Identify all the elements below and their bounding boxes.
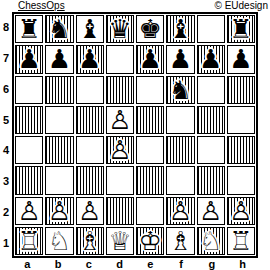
black-bishop: ♝♝	[77, 16, 103, 42]
square-d2	[106, 197, 134, 225]
square-c7: ♟♟	[76, 45, 104, 73]
white-bishop: ♝♗	[167, 228, 193, 254]
square-b2: ♟♙	[45, 197, 73, 225]
square-a6	[15, 76, 43, 104]
square-g5	[197, 106, 225, 134]
square-g8	[197, 15, 225, 43]
square-h7: ♟♟	[227, 45, 255, 73]
rank-label-2: 2	[0, 197, 12, 228]
square-a5	[15, 106, 43, 134]
square-g7: ♟♟	[197, 45, 225, 73]
square-e8: ♚♚	[136, 15, 164, 43]
square-b7: ♟♟	[45, 45, 73, 73]
black-bishop: ♝♝	[167, 16, 193, 42]
square-d8: ♛♛	[106, 15, 134, 43]
square-h6	[227, 76, 255, 104]
white-pawn: ♟♙	[167, 198, 193, 224]
file-label-f: f	[166, 258, 197, 270]
file-label-b: b	[43, 258, 74, 270]
square-b3	[45, 166, 73, 194]
square-g1: ♞♘	[197, 227, 225, 255]
square-d1: ♛♕	[106, 227, 134, 255]
square-c3	[76, 166, 104, 194]
square-b1: ♞♘	[45, 227, 73, 255]
white-rook: ♜♖	[16, 228, 42, 254]
rank-label-4: 4	[0, 135, 12, 166]
square-c8: ♝♝	[76, 15, 104, 43]
black-knight: ♞♞	[167, 77, 193, 103]
black-king: ♚♚	[137, 16, 163, 42]
rank-label-7: 7	[0, 43, 12, 74]
square-f4	[166, 136, 194, 164]
white-pawn: ♟♙	[16, 198, 42, 224]
white-pawn: ♟♙	[46, 198, 72, 224]
square-h2: ♟♙	[227, 197, 255, 225]
file-label-a: a	[12, 258, 43, 270]
file-label-g: g	[197, 258, 228, 270]
square-a1: ♜♖	[15, 227, 43, 255]
header-bar: ChessOps © EUdesign	[0, 0, 270, 12]
square-f7: ♟♟	[166, 45, 194, 73]
square-e6	[136, 76, 164, 104]
square-f8: ♝♝	[166, 15, 194, 43]
square-c6	[76, 76, 104, 104]
square-h8: ♜♜	[227, 15, 255, 43]
file-label-e: e	[135, 258, 166, 270]
square-d7	[106, 45, 134, 73]
rank-label-5: 5	[0, 104, 12, 135]
black-knight: ♞♞	[46, 16, 72, 42]
square-f6: ♞♞	[166, 76, 194, 104]
square-e1: ♚♔	[136, 227, 164, 255]
square-e7: ♟♟	[136, 45, 164, 73]
white-queen: ♛♕	[107, 228, 133, 254]
board: ♜♜♞♞♝♝♛♛♚♚♝♝♜♜♟♟♟♟♟♟♟♟♟♟♟♟♟♟♞♞♟♙♟♙♟♙♟♙♟♙…	[12, 12, 258, 258]
square-g3	[197, 166, 225, 194]
square-b8: ♞♞	[45, 15, 73, 43]
white-pawn: ♟♙	[228, 198, 254, 224]
black-rook: ♜♜	[228, 16, 254, 42]
square-c4	[76, 136, 104, 164]
copyright-text: © EUdesign	[214, 0, 268, 12]
white-knight: ♞♘	[46, 228, 72, 254]
black-pawn: ♟♟	[46, 46, 72, 72]
black-pawn: ♟♟	[16, 46, 42, 72]
square-d4: ♟♙	[106, 136, 134, 164]
square-h5	[227, 106, 255, 134]
white-pawn: ♟♙	[198, 198, 224, 224]
black-pawn: ♟♟	[228, 46, 254, 72]
square-b5	[45, 106, 73, 134]
white-king: ♚♔	[137, 228, 163, 254]
rank-label-3: 3	[0, 166, 12, 197]
square-c5	[76, 106, 104, 134]
rank-label-6: 6	[0, 74, 12, 105]
file-label-c: c	[74, 258, 105, 270]
white-pawn: ♟♙	[107, 137, 133, 163]
square-f2: ♟♙	[166, 197, 194, 225]
file-label-h: h	[227, 258, 258, 270]
black-queen: ♛♛	[107, 16, 133, 42]
square-g4	[197, 136, 225, 164]
file-labels: abcdefgh	[12, 258, 258, 270]
square-e4	[136, 136, 164, 164]
square-g6	[197, 76, 225, 104]
square-g2: ♟♙	[197, 197, 225, 225]
square-a8: ♜♜	[15, 15, 43, 43]
square-f5	[166, 106, 194, 134]
chessops-link[interactable]: ChessOps	[18, 0, 65, 12]
square-c2: ♟♙	[76, 197, 104, 225]
square-a4	[15, 136, 43, 164]
square-h3	[227, 166, 255, 194]
square-c1: ♝♗	[76, 227, 104, 255]
rank-label-8: 8	[0, 12, 12, 43]
rank-labels: 87654321	[0, 12, 12, 258]
square-h4	[227, 136, 255, 164]
square-e2	[136, 197, 164, 225]
square-a3	[15, 166, 43, 194]
white-pawn: ♟♙	[107, 107, 133, 133]
square-e5	[136, 106, 164, 134]
black-pawn: ♟♟	[77, 46, 103, 72]
square-d6	[106, 76, 134, 104]
square-f3	[166, 166, 194, 194]
white-rook: ♜♖	[228, 228, 254, 254]
square-h1: ♜♖	[227, 227, 255, 255]
chessops-page: ChessOps © EUdesign 87654321 ♜♜♞♞♝♝♛♛♚♚♝…	[0, 0, 270, 270]
square-b6	[45, 76, 73, 104]
white-bishop: ♝♗	[77, 228, 103, 254]
square-a2: ♟♙	[15, 197, 43, 225]
rank-label-1: 1	[0, 227, 12, 258]
square-b4	[45, 136, 73, 164]
square-d3	[106, 166, 134, 194]
file-label-d: d	[104, 258, 135, 270]
white-pawn: ♟♙	[77, 198, 103, 224]
black-pawn: ♟♟	[167, 46, 193, 72]
black-pawn: ♟♟	[137, 46, 163, 72]
square-d5: ♟♙	[106, 106, 134, 134]
square-a7: ♟♟	[15, 45, 43, 73]
square-f1: ♝♗	[166, 227, 194, 255]
square-e3	[136, 166, 164, 194]
black-rook: ♜♜	[16, 16, 42, 42]
white-knight: ♞♘	[198, 228, 224, 254]
black-pawn: ♟♟	[198, 46, 224, 72]
